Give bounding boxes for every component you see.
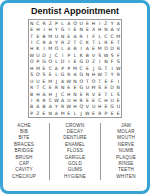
grid-cell: E	[115, 110, 121, 116]
word-list-item: CHECKUP	[12, 174, 36, 180]
word-list-column: JAWMOLARMOUTHNERVENUMBPLAQUERINSETEETHWH…	[100, 123, 150, 181]
word-list-item: HYGIENE	[64, 174, 86, 180]
word-list: ACHEBIBBITEBRACESBRIDGEBRUSHCAPCAVITYCHE…	[0, 123, 150, 181]
word-list-column: ACHEBIBBITEBRACESBRIDGEBRUSHCAPCAVITYCHE…	[0, 123, 49, 181]
puzzle-card: Dentist Appointment NCRZPLAQUEHIZYAEHIHY…	[3, 3, 147, 191]
puzzle-title: Dentist Appointment	[31, 5, 119, 18]
word-search-grid: NCRZPLAQUEHIZYAEHIHYGIENEXHNAVTEBMUNEARI…	[28, 19, 123, 118]
word-list-column: CROWNDECAYDENTUREENAMELFLOSSGARGLEGOLDGU…	[49, 123, 100, 181]
word-list-item: WHITEN	[116, 174, 135, 180]
